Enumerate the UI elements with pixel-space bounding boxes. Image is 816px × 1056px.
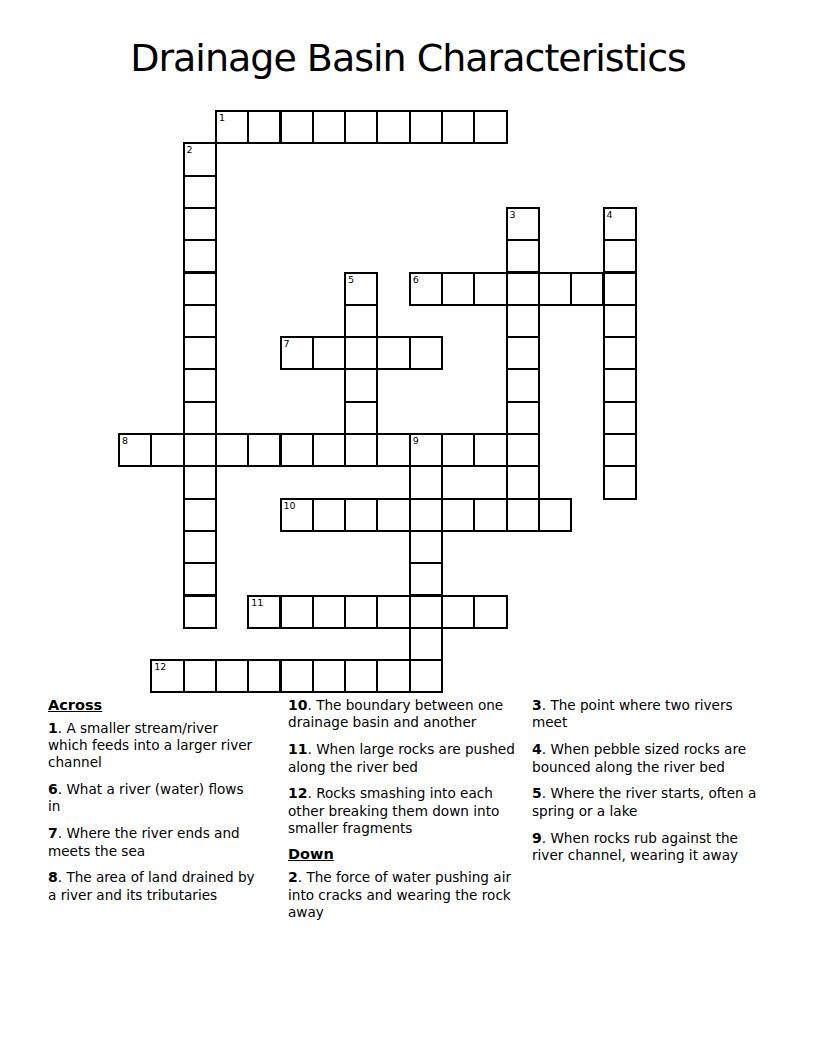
clue-number-label: 10 bbox=[288, 697, 307, 713]
grid-cell-r17c6[interactable] bbox=[312, 659, 346, 693]
grid-cell-r12c11[interactable] bbox=[473, 498, 507, 532]
clue-number-11: 11 bbox=[251, 597, 263, 608]
grid-cell-r10c3[interactable] bbox=[215, 433, 249, 467]
grid-cell-r1c2[interactable]: 2 bbox=[183, 142, 217, 176]
clue-across-10: 10. The boundary between one drainage ba… bbox=[288, 697, 516, 731]
grid-cell-r12c5[interactable]: 10 bbox=[280, 498, 314, 532]
grid-cell-r15c11[interactable] bbox=[473, 595, 507, 629]
grid-cell-r3c15[interactable]: 4 bbox=[603, 207, 637, 241]
grid-cell-r12c9[interactable] bbox=[409, 498, 443, 532]
grid-cell-r8c7[interactable] bbox=[344, 368, 378, 402]
grid-cell-r8c15[interactable] bbox=[603, 368, 637, 402]
clue-down-4: 4. When pebble sized rocks are bounced a… bbox=[532, 741, 770, 775]
grid-cell-r14c9[interactable] bbox=[409, 562, 443, 596]
grid-cell-r13c2[interactable] bbox=[183, 530, 217, 564]
grid-cell-r15c6[interactable] bbox=[312, 595, 346, 629]
clue-number-7: 7 bbox=[284, 338, 290, 349]
clue-across-11: 11. When large rocks are pushed along th… bbox=[288, 741, 516, 775]
grid-cell-r6c15[interactable] bbox=[603, 304, 637, 338]
grid-cell-r5c15[interactable] bbox=[603, 272, 637, 306]
grid-cell-r10c10[interactable] bbox=[441, 433, 475, 467]
clue-across-8: 8. The area of land drained by a river a… bbox=[48, 869, 260, 903]
clue-number-9: 9 bbox=[413, 435, 419, 446]
clue-number-label: 2 bbox=[288, 869, 298, 885]
clue-number-5: 5 bbox=[348, 274, 354, 285]
clue-across-1: 1. A smaller stream/river which feeds in… bbox=[48, 720, 260, 771]
grid-cell-r14c2[interactable] bbox=[183, 562, 217, 596]
grid-cell-r11c15[interactable] bbox=[603, 465, 637, 499]
grid-cell-r0c8[interactable] bbox=[376, 110, 410, 144]
clue-across-7: 7. Where the river ends and meets the se… bbox=[48, 825, 260, 859]
grid-cell-r17c2[interactable] bbox=[183, 659, 217, 693]
grid-cell-r15c4[interactable]: 11 bbox=[247, 595, 281, 629]
clue-number-label: 4 bbox=[532, 741, 542, 757]
grid-cell-r10c4[interactable] bbox=[247, 433, 281, 467]
grid-cell-r10c7[interactable] bbox=[344, 433, 378, 467]
clue-down-9: 9. When rocks rub against the river chan… bbox=[532, 830, 770, 864]
clue-down-2: 2. The force of water pushing air into c… bbox=[288, 869, 516, 920]
grid-cell-r3c12[interactable]: 3 bbox=[506, 207, 540, 241]
grid-cell-r17c4[interactable] bbox=[247, 659, 281, 693]
down-header: Down bbox=[288, 846, 516, 862]
grid-cell-r17c9[interactable] bbox=[409, 659, 443, 693]
grid-cell-r0c6[interactable] bbox=[312, 110, 346, 144]
grid-cell-r16c9[interactable] bbox=[409, 627, 443, 661]
grid-cell-r8c2[interactable] bbox=[183, 368, 217, 402]
grid-cell-r6c12[interactable] bbox=[506, 304, 540, 338]
crossword-grid: 123456789101112 bbox=[118, 110, 637, 693]
clue-column-1: Across1. A smaller stream/river which fe… bbox=[48, 697, 260, 914]
grid-cell-r10c0[interactable]: 8 bbox=[118, 433, 152, 467]
clue-column-2: 10. The boundary between one drainage ba… bbox=[288, 697, 516, 931]
clue-number-label: 5 bbox=[532, 785, 542, 801]
grid-cell-r11c9[interactable] bbox=[409, 465, 443, 499]
grid-cell-r17c8[interactable] bbox=[376, 659, 410, 693]
grid-cell-r12c12[interactable] bbox=[506, 498, 540, 532]
grid-cell-r12c8[interactable] bbox=[376, 498, 410, 532]
clue-number-1: 1 bbox=[219, 112, 225, 123]
grid-cell-r2c2[interactable] bbox=[183, 175, 217, 209]
clue-number-label: 6 bbox=[48, 781, 58, 797]
clue-number-2: 2 bbox=[187, 144, 193, 155]
grid-cell-r12c2[interactable] bbox=[183, 498, 217, 532]
grid-cell-r5c10[interactable] bbox=[441, 272, 475, 306]
grid-cell-r7c15[interactable] bbox=[603, 336, 637, 370]
grid-cell-r7c9[interactable] bbox=[409, 336, 443, 370]
clue-across-6: 6. What a river (water) flows in bbox=[48, 781, 260, 815]
clue-number-8: 8 bbox=[122, 435, 128, 446]
grid-cell-r7c8[interactable] bbox=[376, 336, 410, 370]
grid-cell-r7c6[interactable] bbox=[312, 336, 346, 370]
grid-cell-r5c2[interactable] bbox=[183, 272, 217, 306]
grid-cell-r3c2[interactable] bbox=[183, 207, 217, 241]
grid-cell-r6c7[interactable] bbox=[344, 304, 378, 338]
grid-cell-r6c2[interactable] bbox=[183, 304, 217, 338]
clue-number-label: 12 bbox=[288, 785, 307, 801]
grid-cell-r8c12[interactable] bbox=[506, 368, 540, 402]
grid-cell-r15c9[interactable] bbox=[409, 595, 443, 629]
grid-cell-r4c15[interactable] bbox=[603, 239, 637, 273]
grid-cell-r9c7[interactable] bbox=[344, 401, 378, 435]
clue-down-3: 3. The point where two rivers meet bbox=[532, 697, 770, 731]
grid-cell-r4c2[interactable] bbox=[183, 239, 217, 273]
grid-cell-r7c7[interactable] bbox=[344, 336, 378, 370]
grid-cell-r7c12[interactable] bbox=[506, 336, 540, 370]
grid-cell-r11c12[interactable] bbox=[506, 465, 540, 499]
grid-cell-r5c11[interactable] bbox=[473, 272, 507, 306]
grid-cell-r5c7[interactable]: 5 bbox=[344, 272, 378, 306]
grid-cell-r15c2[interactable] bbox=[183, 595, 217, 629]
grid-cell-r0c11[interactable] bbox=[473, 110, 507, 144]
grid-cell-r7c5[interactable]: 7 bbox=[280, 336, 314, 370]
grid-cell-r0c4[interactable] bbox=[247, 110, 281, 144]
grid-cell-r10c8[interactable] bbox=[376, 433, 410, 467]
grid-cell-r15c10[interactable] bbox=[441, 595, 475, 629]
clue-number-label: 8 bbox=[48, 869, 58, 885]
clue-down-5: 5. Where the river starts, often a sprin… bbox=[532, 785, 770, 819]
clue-number-label: 7 bbox=[48, 825, 58, 841]
grid-cell-r9c2[interactable] bbox=[183, 401, 217, 435]
grid-cell-r10c5[interactable] bbox=[280, 433, 314, 467]
grid-cell-r0c9[interactable] bbox=[409, 110, 443, 144]
across-header: Across bbox=[48, 697, 260, 713]
grid-cell-r17c3[interactable] bbox=[215, 659, 249, 693]
worksheet-page: Drainage Basin Characteristics 123456789… bbox=[0, 0, 816, 1056]
grid-cell-r13c9[interactable] bbox=[409, 530, 443, 564]
clue-number-4: 4 bbox=[607, 209, 613, 220]
grid-cell-r15c8[interactable] bbox=[376, 595, 410, 629]
clue-column-3: 3. The point where two rivers meet4. Whe… bbox=[532, 697, 770, 874]
grid-cell-r9c12[interactable] bbox=[506, 401, 540, 435]
grid-cell-r5c9[interactable]: 6 bbox=[409, 272, 443, 306]
grid-cell-r17c5[interactable] bbox=[280, 659, 314, 693]
grid-cell-r10c1[interactable] bbox=[150, 433, 184, 467]
clue-number-label: 1 bbox=[48, 720, 58, 736]
grid-cell-r4c12[interactable] bbox=[506, 239, 540, 273]
grid-cell-r5c13[interactable] bbox=[538, 272, 572, 306]
grid-cell-r10c2[interactable] bbox=[183, 433, 217, 467]
grid-cell-r5c12[interactable] bbox=[506, 272, 540, 306]
grid-cell-r12c7[interactable] bbox=[344, 498, 378, 532]
grid-cell-r10c11[interactable] bbox=[473, 433, 507, 467]
grid-cell-r11c2[interactable] bbox=[183, 465, 217, 499]
grid-cell-r0c7[interactable] bbox=[344, 110, 378, 144]
clue-number-label: 9 bbox=[532, 830, 542, 846]
clue-across-12: 12. Rocks smashing into each other break… bbox=[288, 785, 516, 836]
grid-cell-r15c5[interactable] bbox=[280, 595, 314, 629]
grid-cell-r9c15[interactable] bbox=[603, 401, 637, 435]
clue-number-label: 11 bbox=[288, 741, 307, 757]
clue-number-12: 12 bbox=[154, 661, 166, 672]
clue-number-6: 6 bbox=[413, 274, 419, 285]
grid-cell-r10c6[interactable] bbox=[312, 433, 346, 467]
grid-cell-r0c3[interactable]: 1 bbox=[215, 110, 249, 144]
grid-cell-r12c6[interactable] bbox=[312, 498, 346, 532]
grid-cell-r0c5[interactable] bbox=[280, 110, 314, 144]
grid-cell-r5c14[interactable] bbox=[570, 272, 604, 306]
clue-number-10: 10 bbox=[284, 500, 296, 511]
grid-cell-r12c10[interactable] bbox=[441, 498, 475, 532]
grid-cell-r12c13[interactable] bbox=[538, 498, 572, 532]
grid-cell-r15c7[interactable] bbox=[344, 595, 378, 629]
grid-cell-r10c15[interactable] bbox=[603, 433, 637, 467]
puzzle-title: Drainage Basin Characteristics bbox=[0, 36, 816, 80]
clue-number-3: 3 bbox=[510, 209, 516, 220]
grid-cell-r17c7[interactable] bbox=[344, 659, 378, 693]
grid-cell-r10c9[interactable]: 9 bbox=[409, 433, 443, 467]
clue-number-label: 3 bbox=[532, 697, 542, 713]
grid-cell-r17c1[interactable]: 12 bbox=[150, 659, 184, 693]
grid-cell-r7c2[interactable] bbox=[183, 336, 217, 370]
grid-cell-r10c12[interactable] bbox=[506, 433, 540, 467]
grid-cell-r0c10[interactable] bbox=[441, 110, 475, 144]
